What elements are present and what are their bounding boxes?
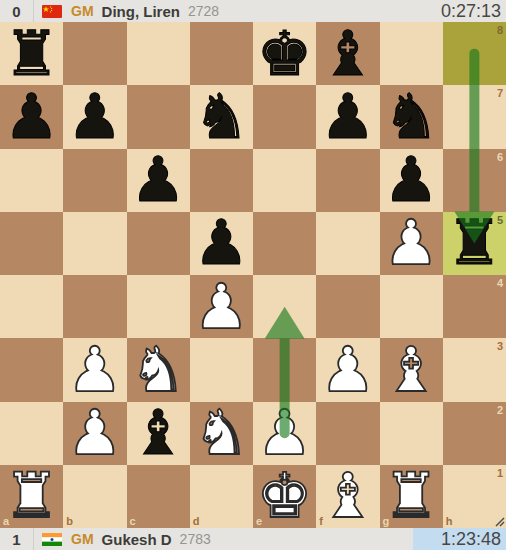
white-pawn[interactable]: ♟ [320, 339, 376, 401]
file-label: b [66, 515, 73, 527]
square-g8[interactable] [380, 22, 443, 85]
white-pawn[interactable]: ♟ [67, 402, 123, 464]
square-g6[interactable]: ♟ [380, 149, 443, 212]
square-c4[interactable] [127, 275, 190, 338]
square-e6[interactable] [253, 149, 316, 212]
white-knight[interactable]: ♞ [130, 339, 186, 401]
square-c3[interactable]: ♞ [127, 338, 190, 401]
square-f2[interactable] [316, 402, 379, 465]
black-bishop[interactable]: ♝ [320, 23, 376, 85]
square-h3[interactable]: 3 [443, 338, 506, 401]
black-pawn[interactable]: ♟ [67, 86, 123, 148]
square-c6[interactable]: ♟ [127, 149, 190, 212]
rank-label: 2 [497, 404, 503, 416]
chess-board: ♜♚♝8♟♟♞♟♞7♟♟6♟♟♜5♟4♟♞♟♝3♟♝♞♟2♜abcd♚e♝f♜g… [0, 22, 506, 528]
player-name-top: Ding, Liren [102, 3, 180, 20]
square-b7[interactable]: ♟ [63, 85, 126, 148]
square-a5[interactable] [0, 212, 63, 275]
square-g1[interactable]: ♜g [380, 465, 443, 528]
rank-label: 3 [497, 340, 503, 352]
square-f5[interactable] [316, 212, 379, 275]
square-e7[interactable] [253, 85, 316, 148]
square-a4[interactable] [0, 275, 63, 338]
white-rook[interactable]: ♜ [383, 465, 439, 527]
square-e8[interactable]: ♚ [253, 22, 316, 85]
square-h8[interactable]: 8 [443, 22, 506, 85]
file-label: d [193, 515, 200, 527]
black-rook[interactable]: ♜ [447, 212, 503, 274]
square-d3[interactable] [190, 338, 253, 401]
square-d4[interactable]: ♟ [190, 275, 253, 338]
white-pawn[interactable]: ♟ [194, 276, 250, 338]
white-knight[interactable]: ♞ [194, 402, 250, 464]
player-rating-bottom: 2783 [180, 531, 211, 547]
square-g7[interactable]: ♞ [380, 85, 443, 148]
square-c8[interactable] [127, 22, 190, 85]
square-b1[interactable]: b [63, 465, 126, 528]
player-name-bottom: Gukesh D [102, 531, 172, 548]
square-d6[interactable] [190, 149, 253, 212]
square-d2[interactable]: ♞ [190, 402, 253, 465]
square-f1[interactable]: ♝f [316, 465, 379, 528]
square-d5[interactable]: ♟ [190, 212, 253, 275]
square-c7[interactable] [127, 85, 190, 148]
black-knight[interactable]: ♞ [383, 86, 439, 148]
square-c5[interactable] [127, 212, 190, 275]
white-rook[interactable]: ♜ [4, 465, 60, 527]
square-h5[interactable]: ♜5 [443, 212, 506, 275]
square-f4[interactable] [316, 275, 379, 338]
file-label: c [130, 515, 136, 527]
square-a7[interactable]: ♟ [0, 85, 63, 148]
square-b3[interactable]: ♟ [63, 338, 126, 401]
white-pawn[interactable]: ♟ [257, 402, 313, 464]
square-f6[interactable] [316, 149, 379, 212]
player-rating-top: 2728 [188, 3, 219, 19]
square-e3[interactable] [253, 338, 316, 401]
square-b5[interactable] [63, 212, 126, 275]
rank-label: 6 [497, 151, 503, 163]
black-knight[interactable]: ♞ [194, 86, 250, 148]
china-flag-icon [42, 5, 62, 18]
white-king[interactable]: ♚ [257, 465, 313, 527]
rank-label: 1 [497, 467, 503, 479]
square-e4[interactable] [253, 275, 316, 338]
white-pawn[interactable]: ♟ [67, 339, 123, 401]
lastmove-highlight [443, 22, 506, 85]
white-pawn[interactable]: ♟ [383, 212, 439, 274]
player-bar-top: 0 GM Ding, Liren 2728 0:27:13 [0, 0, 506, 22]
square-f3[interactable]: ♟ [316, 338, 379, 401]
square-h7[interactable]: 7 [443, 85, 506, 148]
board-resize-handle[interactable] [493, 515, 505, 527]
square-g4[interactable] [380, 275, 443, 338]
black-pawn[interactable]: ♟ [383, 149, 439, 211]
square-b6[interactable] [63, 149, 126, 212]
square-h2[interactable]: 2 [443, 402, 506, 465]
square-g3[interactable]: ♝ [380, 338, 443, 401]
black-bishop[interactable]: ♝ [130, 402, 186, 464]
square-c2[interactable]: ♝ [127, 402, 190, 465]
square-d7[interactable]: ♞ [190, 85, 253, 148]
square-a8[interactable]: ♜ [0, 22, 63, 85]
player-title-bottom: GM [71, 531, 94, 547]
square-b2[interactable]: ♟ [63, 402, 126, 465]
chess-broadcast-app: 0 GM Ding, Liren 2728 0:27:13 ♜♚♝8♟♟♞♟♞7… [0, 0, 506, 550]
square-g5[interactable]: ♟ [380, 212, 443, 275]
square-h6[interactable]: 6 [443, 149, 506, 212]
india-flag-icon [42, 533, 62, 546]
square-e1[interactable]: ♚e [253, 465, 316, 528]
square-a3[interactable] [0, 338, 63, 401]
white-bishop[interactable]: ♝ [320, 465, 376, 527]
black-pawn[interactable]: ♟ [194, 212, 250, 274]
square-e2[interactable]: ♟ [253, 402, 316, 465]
player-title-top: GM [71, 3, 94, 19]
square-h4[interactable]: 4 [443, 275, 506, 338]
square-a2[interactable] [0, 402, 63, 465]
black-pawn[interactable]: ♟ [130, 149, 186, 211]
square-b8[interactable] [63, 22, 126, 85]
square-e5[interactable] [253, 212, 316, 275]
player-clock-top: 0:27:13 [413, 0, 506, 22]
black-rook[interactable]: ♜ [4, 23, 60, 85]
chess-board-area: ♜♚♝8♟♟♞♟♞7♟♟6♟♟♜5♟4♟♞♟♝3♟♝♞♟2♜abcd♚e♝f♜g… [0, 22, 506, 528]
square-f7[interactable]: ♟ [316, 85, 379, 148]
black-king[interactable]: ♚ [257, 23, 313, 85]
black-pawn[interactable]: ♟ [320, 86, 376, 148]
square-f8[interactable]: ♝ [316, 22, 379, 85]
square-d8[interactable] [190, 22, 253, 85]
square-d1[interactable]: d [190, 465, 253, 528]
square-g2[interactable] [380, 402, 443, 465]
player-score-bottom: 1 [0, 531, 33, 548]
black-pawn[interactable]: ♟ [4, 86, 60, 148]
square-a1[interactable]: ♜a [0, 465, 63, 528]
file-label: h [446, 515, 453, 527]
white-bishop[interactable]: ♝ [383, 339, 439, 401]
square-a6[interactable] [0, 149, 63, 212]
square-c1[interactable]: c [127, 465, 190, 528]
rank-label: 7 [497, 87, 503, 99]
square-b4[interactable] [63, 275, 126, 338]
